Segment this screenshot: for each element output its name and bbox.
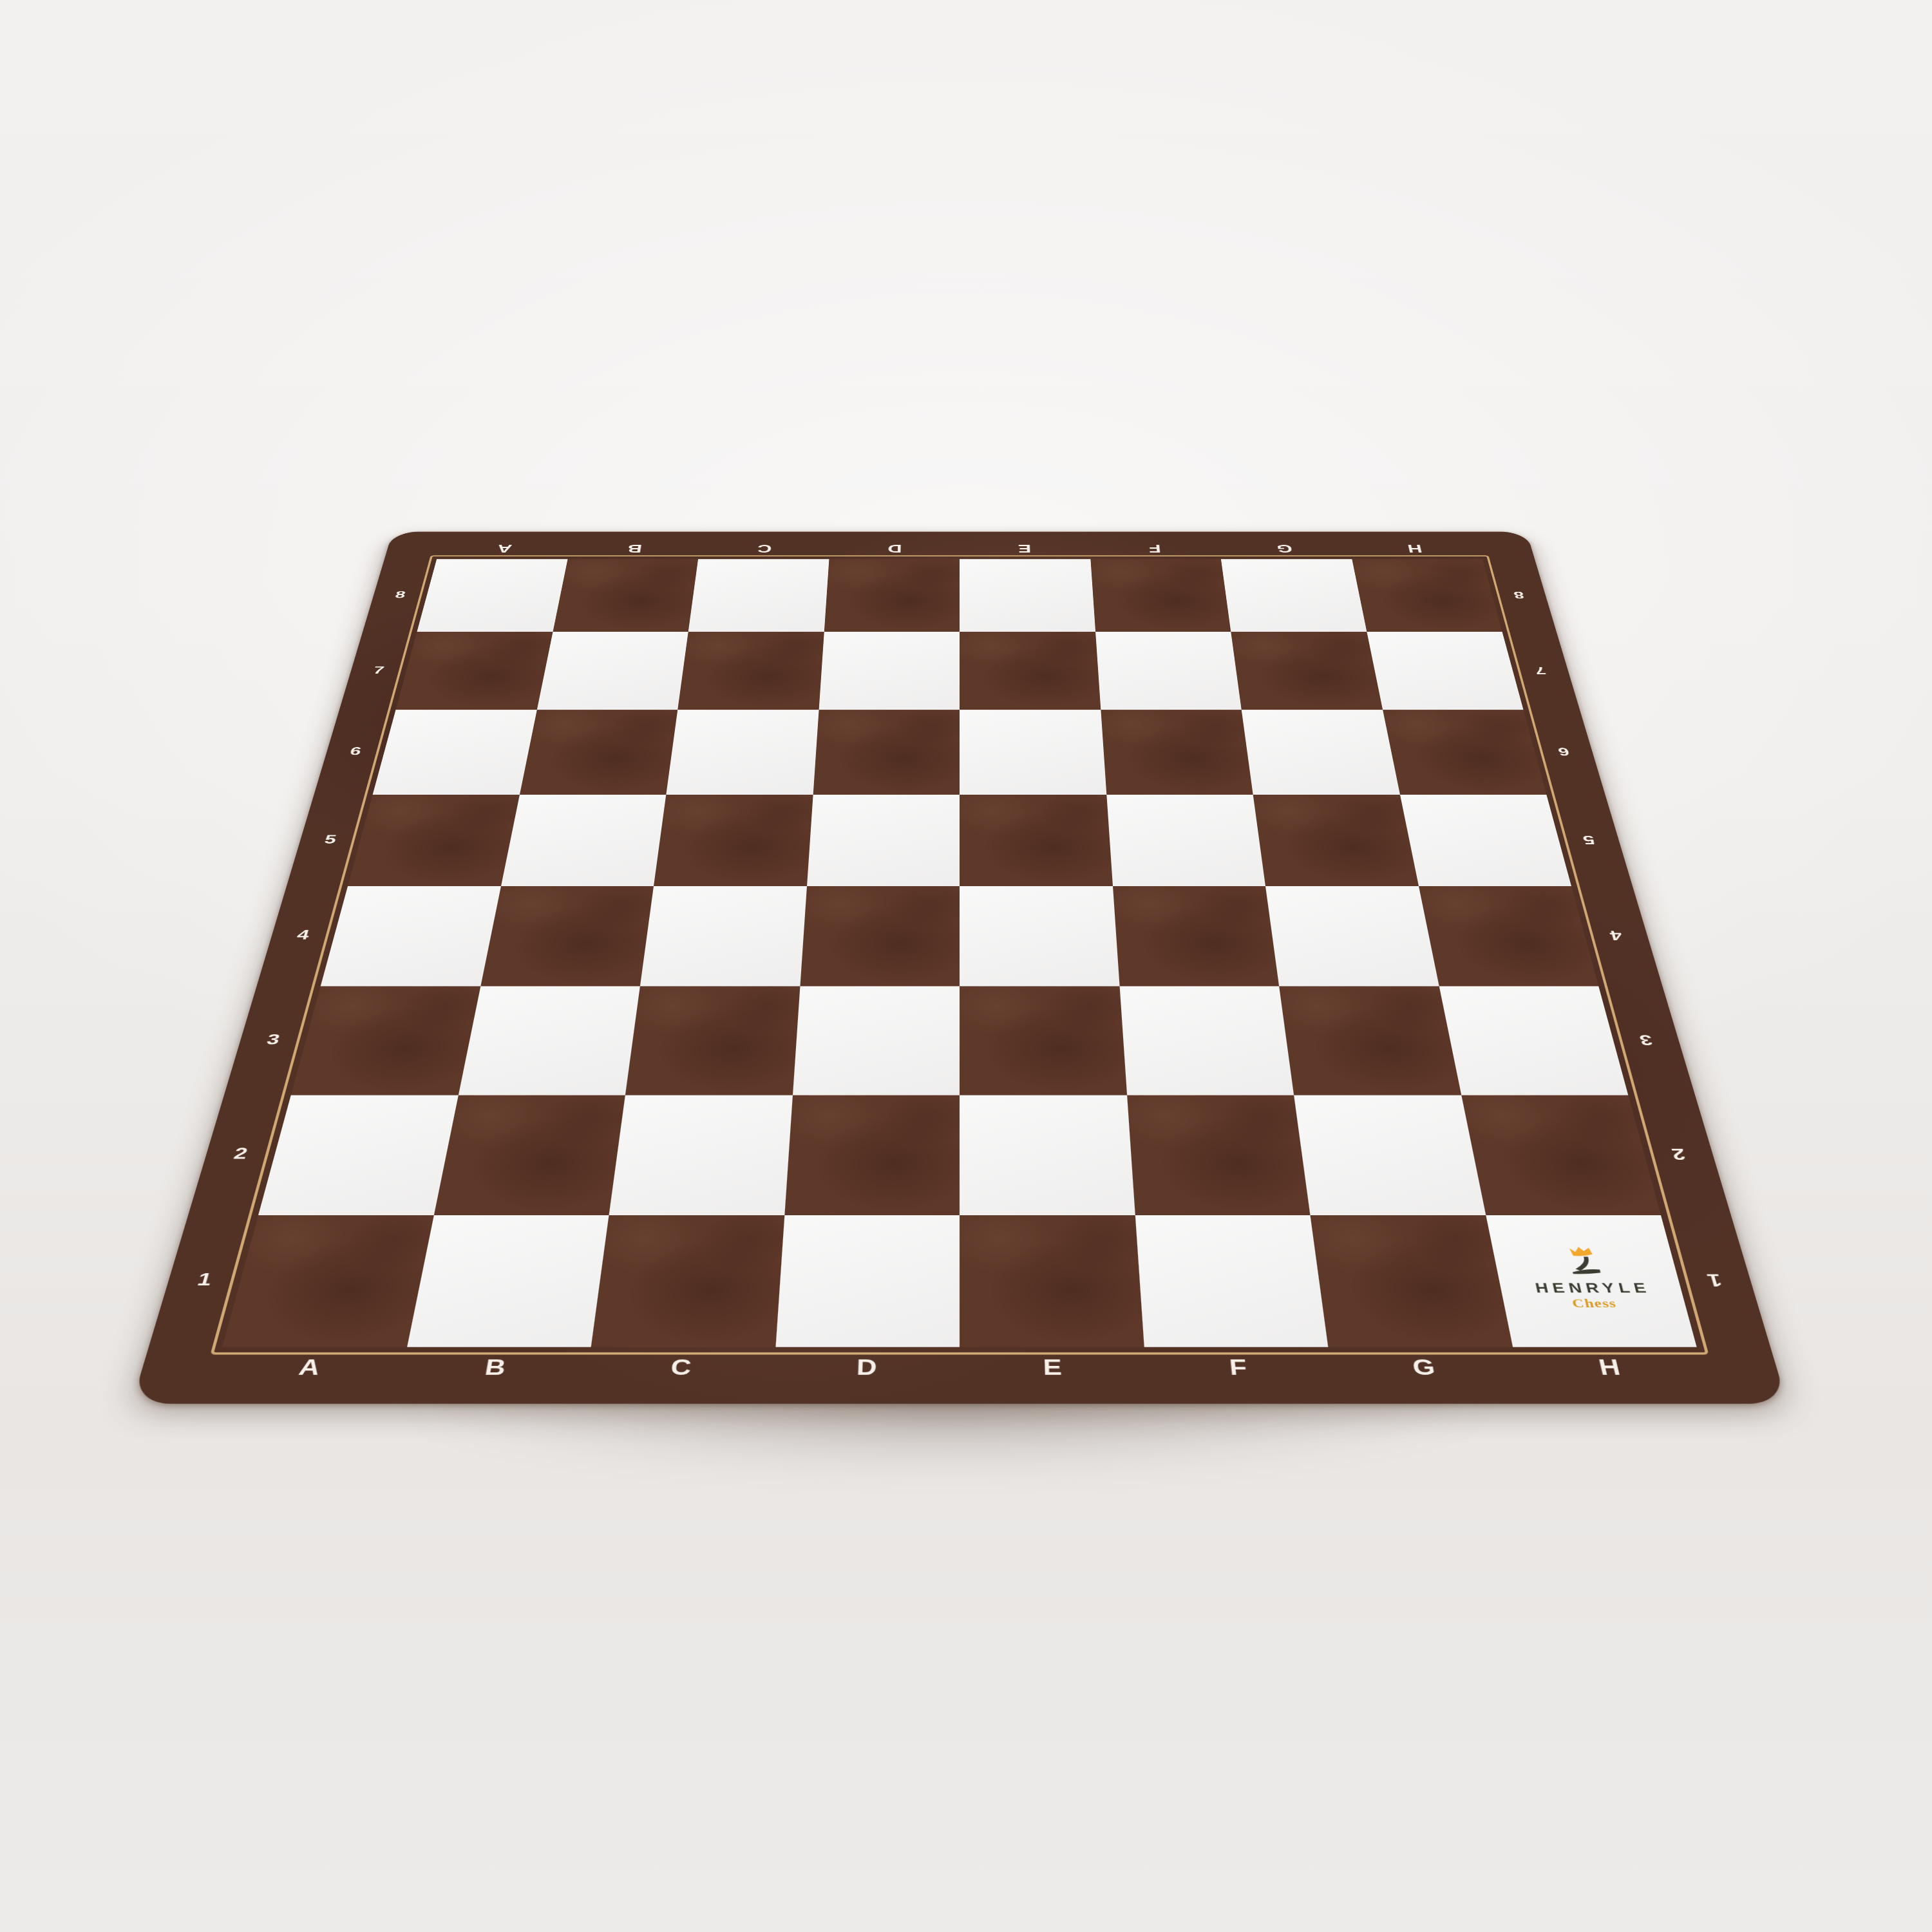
- square-e7: [960, 632, 1101, 710]
- square-f2: [1127, 1095, 1311, 1215]
- square-d3: [792, 986, 960, 1095]
- square-f4: [1113, 886, 1280, 986]
- square-g5: [1253, 795, 1419, 886]
- square-d8: [824, 559, 960, 632]
- square-h5: [1399, 795, 1571, 886]
- square-f3: [1119, 986, 1294, 1095]
- files-bottom-label-b: B: [395, 1347, 591, 1404]
- square-d1: [775, 1215, 960, 1347]
- square-b7: [536, 632, 688, 710]
- files-top-label-g: G: [1217, 532, 1352, 560]
- square-g6: [1242, 710, 1400, 794]
- square-c7: [677, 632, 824, 710]
- square-b2: [433, 1095, 625, 1215]
- square-e2: [960, 1095, 1135, 1215]
- files-bottom-label-f: F: [1144, 1347, 1336, 1404]
- square-e1: [960, 1215, 1144, 1347]
- square-e6: [960, 710, 1106, 794]
- files-bottom-label-c: C: [583, 1347, 775, 1404]
- square-a7: [395, 632, 553, 710]
- files-top-label-e: E: [960, 532, 1090, 560]
- square-b5: [501, 795, 667, 886]
- crown-chess-piece-icon: [1558, 1245, 1609, 1277]
- square-g3: [1279, 986, 1461, 1095]
- square-g2: [1294, 1095, 1486, 1215]
- square-f6: [1101, 710, 1253, 794]
- square-c1: [591, 1215, 784, 1347]
- files-top-label-f: F: [1088, 532, 1221, 560]
- square-h6: [1383, 710, 1547, 794]
- square-d2: [784, 1095, 960, 1215]
- files-top-label-h: H: [1346, 532, 1482, 560]
- square-c3: [625, 986, 800, 1095]
- square-f1: [1135, 1215, 1328, 1347]
- square-f5: [1106, 795, 1265, 886]
- files-bottom-label-h: H: [1512, 1347, 1712, 1404]
- brand-name: HENRYLE: [1529, 1281, 1653, 1296]
- square-h3: [1439, 986, 1628, 1095]
- square-f7: [1095, 632, 1242, 710]
- files-top-label-a: A: [437, 532, 573, 560]
- square-e3: [960, 986, 1127, 1095]
- square-a8: [417, 559, 567, 632]
- files-bottom-label-d: D: [772, 1347, 960, 1404]
- square-b4: [480, 886, 654, 986]
- square-d5: [807, 795, 960, 886]
- square-b6: [520, 710, 678, 794]
- square-f8: [1090, 559, 1231, 632]
- square-h2: [1461, 1095, 1661, 1215]
- square-g1: [1310, 1215, 1512, 1347]
- brand-subtitle: Chess: [1571, 1296, 1618, 1311]
- board-perspective-wrapper: HENRYLE Chess ABCDEFGH ABCDEFGH 12345678…: [132, 532, 1788, 1404]
- square-a6: [373, 710, 537, 794]
- square-a1: [222, 1215, 433, 1347]
- chess-mat: HENRYLE Chess ABCDEFGH ABCDEFGH 12345678…: [132, 532, 1788, 1404]
- square-c5: [654, 795, 813, 886]
- square-c6: [666, 710, 819, 794]
- square-d6: [813, 710, 960, 794]
- square-e4: [960, 886, 1119, 986]
- files-top-label-d: D: [829, 532, 960, 560]
- file-labels-bottom: ABCDEFGH: [207, 1347, 1712, 1404]
- square-c4: [640, 886, 807, 986]
- files-top-label-b: B: [567, 532, 702, 560]
- square-a3: [291, 986, 480, 1095]
- square-a2: [258, 1095, 458, 1215]
- file-labels-top: ABCDEFGH: [437, 532, 1482, 560]
- square-g7: [1231, 632, 1382, 710]
- chess-board-grid: HENRYLE Chess: [222, 559, 1696, 1347]
- square-c8: [688, 559, 829, 632]
- square-h4: [1419, 886, 1599, 986]
- square-e5: [960, 795, 1113, 886]
- square-h7: [1367, 632, 1524, 710]
- square-g8: [1221, 559, 1367, 632]
- square-a4: [321, 886, 501, 986]
- square-g4: [1265, 886, 1439, 986]
- square-d4: [800, 886, 960, 986]
- square-c2: [609, 1095, 793, 1215]
- square-b1: [407, 1215, 609, 1347]
- square-a5: [348, 795, 520, 886]
- files-bottom-label-g: G: [1328, 1347, 1524, 1404]
- square-d7: [819, 632, 960, 710]
- square-h8: [1352, 559, 1502, 632]
- brand-logo: HENRYLE Chess: [1486, 1215, 1697, 1347]
- square-e8: [960, 559, 1095, 632]
- files-bottom-label-e: E: [960, 1347, 1148, 1404]
- files-bottom-label-a: A: [207, 1347, 406, 1404]
- files-top-label-c: C: [698, 532, 831, 560]
- photo-backdrop: HENRYLE Chess ABCDEFGH ABCDEFGH 12345678…: [0, 0, 1932, 1932]
- square-b3: [458, 986, 640, 1095]
- square-b8: [553, 559, 698, 632]
